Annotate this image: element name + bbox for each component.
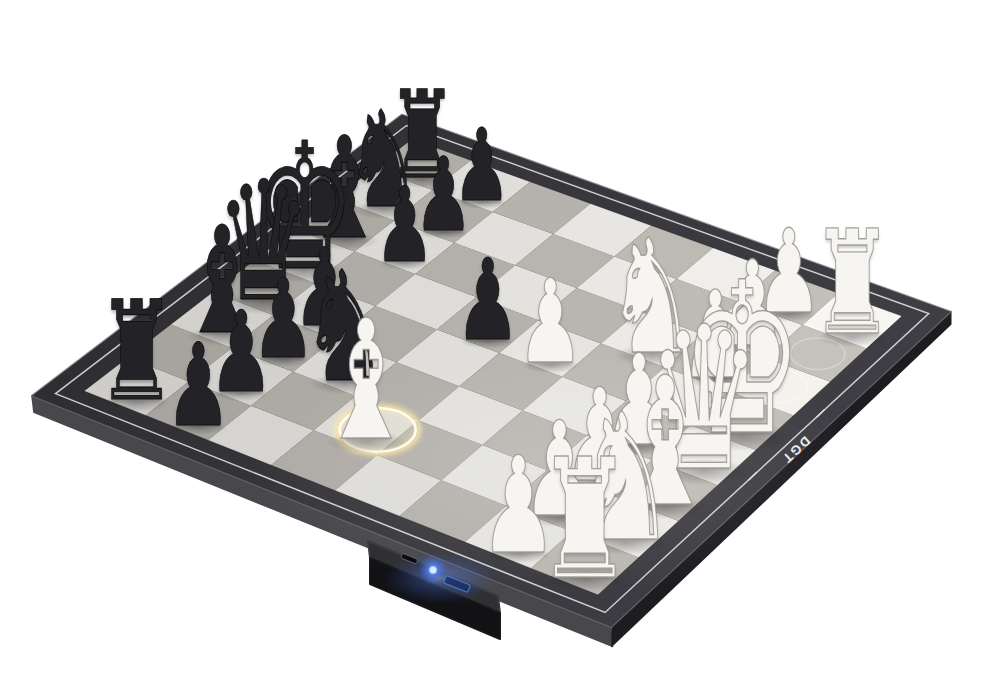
dgt-pegasus-board-photo: DGT ♜♟♞♟♝♟♚♛♟♟♝♜♟♟♞♟♟♟♞♟♜♟♚♝♟♛♟♝♟♞♟♜: [0, 0, 1000, 700]
piece-black-pawn-a7[interactable]: ♟: [159, 351, 238, 439]
piece-white-rook-a1[interactable]: ♜: [528, 470, 643, 598]
status-led: [429, 566, 436, 573]
piece-white-bishop-b5[interactable]: ♝: [309, 332, 423, 460]
piece-white-rook-h1[interactable]: ♜: [803, 241, 902, 352]
